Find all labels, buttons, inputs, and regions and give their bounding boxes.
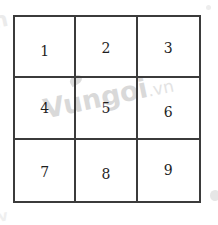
grid-cell-1[interactable]: 1 [15,17,76,78]
grid-cell-2[interactable]: 2 [76,17,137,78]
grid-cell-6[interactable]: 6 [138,78,199,139]
cell-number: 3 [164,41,173,55]
number-grid: 1 2 3 4 5 6 7 8 9 [13,15,201,203]
watermark-fragment-top-right [206,5,211,10]
grid-cell-9[interactable]: 9 [138,140,199,201]
watermark-fragment-top-left: n [0,7,10,34]
cell-number: 1 [40,44,49,58]
grid-cell-4[interactable]: 4 [15,78,76,139]
cell-number: 4 [40,101,49,115]
watermark-fragment-bottom-right [210,190,218,201]
grid-cell-8[interactable]: 8 [76,140,137,201]
cell-number: 7 [40,165,49,179]
cell-number: 9 [164,163,173,177]
cell-number: 8 [102,167,111,181]
watermark-fragment-bottom-left: v [0,206,10,225]
puzzle-canvas: Vungoi.vn n v 1 2 3 4 5 6 7 8 9 [0,0,218,225]
grid-cell-3[interactable]: 3 [138,17,199,78]
cell-number: 2 [102,41,111,55]
cell-number: 5 [102,101,111,115]
grid-cell-7[interactable]: 7 [15,140,76,201]
cell-number: 6 [164,105,173,119]
grid-cell-5[interactable]: 5 [76,78,137,139]
